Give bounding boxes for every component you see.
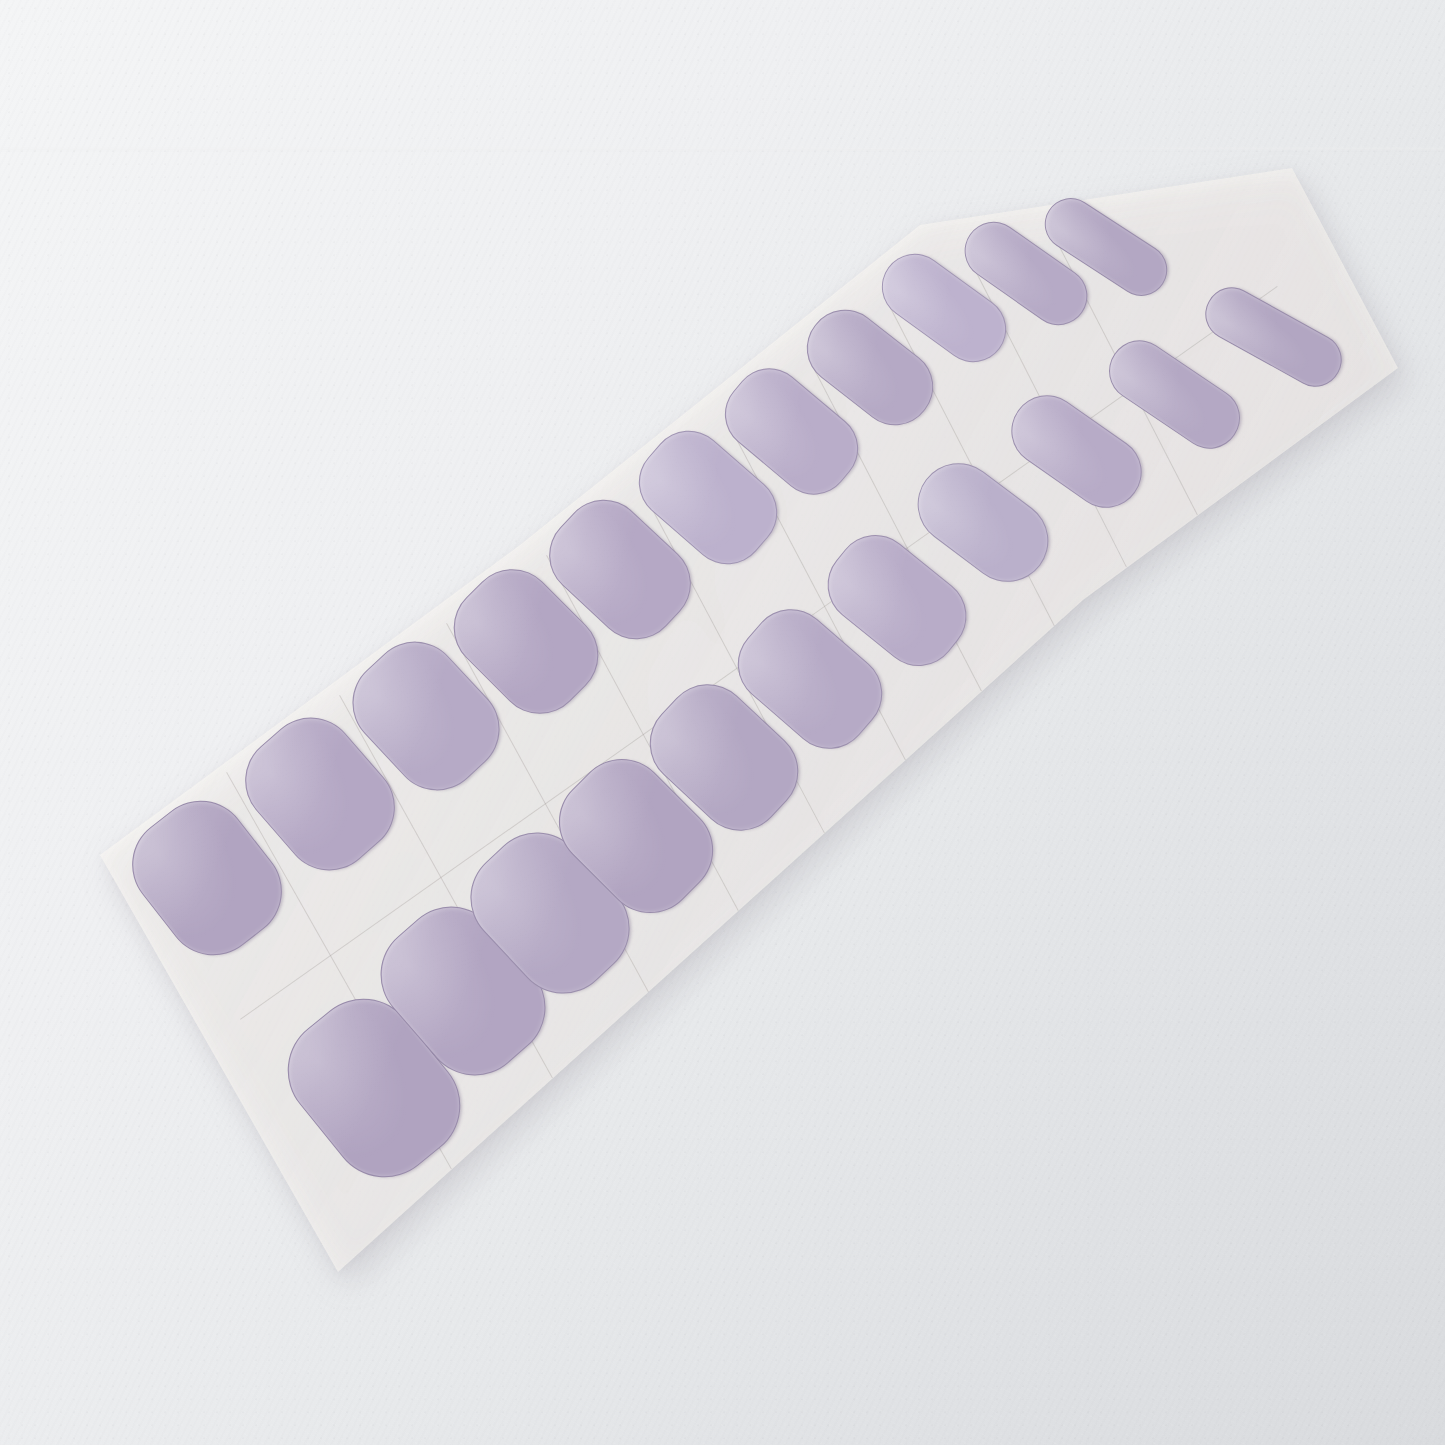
- photo-scene: [0, 0, 1445, 1445]
- gel-nail-sticker-lower-11: [1195, 278, 1350, 396]
- sticker-layer: [0, 0, 1445, 1445]
